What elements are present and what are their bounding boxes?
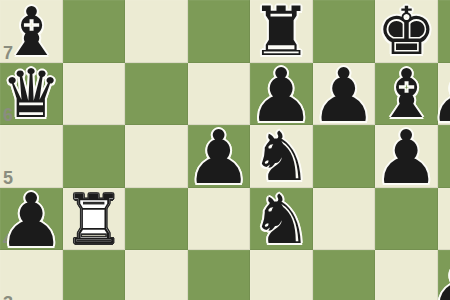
black-bishop-a7[interactable]: ♝ — [0, 0, 63, 63]
white-rook-outline-icon: ♖ — [63, 189, 126, 252]
black-pawn-f6[interactable]: ♟ — [313, 63, 376, 126]
black-queen-icon: ♛ — [0, 64, 63, 127]
rank-label-3: 3 — [3, 294, 13, 300]
black-pawn-icon: ♟ — [0, 189, 63, 252]
white-rook-b4[interactable]: ♜♖ — [63, 188, 126, 251]
black-bishop-icon: ♝ — [0, 1, 63, 64]
square-a6[interactable]: 6♛ — [0, 63, 63, 126]
square-d3[interactable] — [188, 250, 251, 300]
chessboard-viewport: 7♝♜♚6♛♟♟♝♟5♟♞♟4♟♜♖♞3♟ — [0, 0, 450, 300]
square-a7[interactable]: 7♝ — [0, 0, 63, 63]
black-pawn-icon: ♟ — [313, 64, 376, 127]
chessboard: 7♝♜♚6♛♟♟♝♟5♟♞♟4♟♜♖♞3♟ — [0, 0, 450, 300]
black-knight-e5[interactable]: ♞ — [250, 125, 313, 188]
square-d7[interactable] — [188, 0, 251, 63]
black-pawn-g5[interactable]: ♟ — [375, 125, 438, 188]
square-f4[interactable] — [313, 188, 376, 251]
square-f3[interactable] — [313, 250, 376, 300]
black-pawn-icon: ♟ — [375, 126, 438, 189]
square-c6[interactable] — [125, 63, 188, 126]
square-e6[interactable]: ♟ — [250, 63, 313, 126]
square-b6[interactable] — [63, 63, 126, 126]
square-b4[interactable]: ♜♖ — [63, 188, 126, 251]
black-pawn-d5[interactable]: ♟ — [188, 125, 251, 188]
square-c4[interactable] — [125, 188, 188, 251]
black-pawn-icon: ♟ — [188, 126, 251, 189]
square-c7[interactable] — [125, 0, 188, 63]
square-c3[interactable] — [125, 250, 188, 300]
black-pawn-a4[interactable]: ♟ — [0, 188, 63, 251]
black-pawn-h3[interactable]: ♟ — [431, 250, 450, 300]
square-c5[interactable] — [125, 125, 188, 188]
black-pawn-icon: ♟ — [431, 251, 450, 300]
square-d5[interactable]: ♟ — [188, 125, 251, 188]
black-pawn-e6[interactable]: ♟ — [250, 63, 313, 126]
square-e4[interactable]: ♞ — [250, 188, 313, 251]
black-queen-a6[interactable]: ♛ — [0, 63, 63, 126]
square-h6[interactable]: ♟ — [438, 63, 450, 126]
square-g5[interactable]: ♟ — [375, 125, 438, 188]
square-a4[interactable]: 4♟ — [0, 188, 63, 251]
black-knight-icon: ♞ — [250, 189, 313, 252]
square-b5[interactable] — [63, 125, 126, 188]
square-h3[interactable]: ♟ — [438, 250, 450, 300]
square-e5[interactable]: ♞ — [250, 125, 313, 188]
square-b7[interactable] — [63, 0, 126, 63]
square-f6[interactable]: ♟ — [313, 63, 376, 126]
black-knight-e4[interactable]: ♞ — [250, 188, 313, 251]
